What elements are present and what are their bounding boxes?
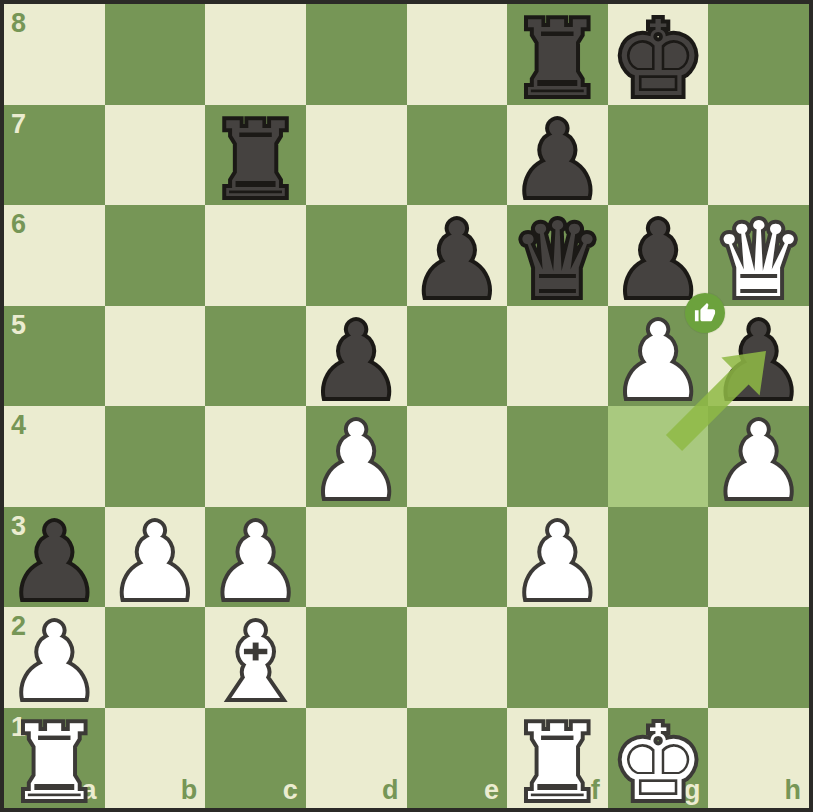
- square-c7[interactable]: [205, 105, 306, 206]
- square-e6[interactable]: [407, 205, 508, 306]
- square-f1[interactable]: f: [507, 708, 608, 809]
- square-a3[interactable]: 3: [4, 507, 105, 608]
- square-d1[interactable]: d: [306, 708, 407, 809]
- square-h7[interactable]: [708, 105, 809, 206]
- square-e2[interactable]: [407, 607, 508, 708]
- square-e4[interactable]: [407, 406, 508, 507]
- rank-label-5: 5: [11, 312, 26, 339]
- file-label-g: g: [684, 777, 701, 804]
- square-f6[interactable]: [507, 205, 608, 306]
- file-label-b: b: [181, 777, 198, 804]
- rank-label-2: 2: [11, 613, 26, 640]
- square-g2[interactable]: [608, 607, 709, 708]
- square-d3[interactable]: [306, 507, 407, 608]
- square-f5[interactable]: [507, 306, 608, 407]
- square-g7[interactable]: [608, 105, 709, 206]
- square-b6[interactable]: [105, 205, 206, 306]
- square-h2[interactable]: [708, 607, 809, 708]
- rank-label-3: 3: [11, 513, 26, 540]
- square-c8[interactable]: [205, 4, 306, 105]
- square-a1[interactable]: 1a: [4, 708, 105, 809]
- square-c4[interactable]: [205, 406, 306, 507]
- square-a4[interactable]: 4: [4, 406, 105, 507]
- square-b4[interactable]: [105, 406, 206, 507]
- square-g6[interactable]: [608, 205, 709, 306]
- rank-label-6: 6: [11, 211, 26, 238]
- square-a5[interactable]: 5: [4, 306, 105, 407]
- square-h6[interactable]: [708, 205, 809, 306]
- file-label-d: d: [382, 777, 399, 804]
- rank-label-8: 8: [11, 10, 26, 37]
- square-b3[interactable]: [105, 507, 206, 608]
- square-h4[interactable]: [708, 406, 809, 507]
- square-g8[interactable]: [608, 4, 709, 105]
- square-a7[interactable]: 7: [4, 105, 105, 206]
- file-label-c: c: [283, 777, 298, 804]
- square-b7[interactable]: [105, 105, 206, 206]
- square-d2[interactable]: [306, 607, 407, 708]
- square-a2[interactable]: 2: [4, 607, 105, 708]
- square-a6[interactable]: 6: [4, 205, 105, 306]
- square-d4[interactable]: [306, 406, 407, 507]
- file-label-f: f: [591, 777, 600, 804]
- square-c2[interactable]: [205, 607, 306, 708]
- square-c3[interactable]: [205, 507, 306, 608]
- file-label-h: h: [785, 777, 802, 804]
- square-e5[interactable]: [407, 306, 508, 407]
- square-e7[interactable]: [407, 105, 508, 206]
- rank-label-4: 4: [11, 412, 26, 439]
- square-b2[interactable]: [105, 607, 206, 708]
- square-e8[interactable]: [407, 4, 508, 105]
- square-d6[interactable]: [306, 205, 407, 306]
- square-a8[interactable]: 8: [4, 4, 105, 105]
- thumbs-up-icon: [694, 302, 716, 324]
- square-f2[interactable]: [507, 607, 608, 708]
- square-g4[interactable]: [608, 406, 709, 507]
- square-f3[interactable]: [507, 507, 608, 608]
- square-e1[interactable]: e: [407, 708, 508, 809]
- square-f4[interactable]: [507, 406, 608, 507]
- square-f7[interactable]: [507, 105, 608, 206]
- chess-board[interactable]: ♜♜♚♚♜♜♟♟♟♟♛♛♟♟♛♛♟♟♟♟♟♟♟♟♟♟♟♟♟♟♟♟♟♟♟♟♝♝♜♜…: [4, 4, 809, 808]
- square-b1[interactable]: b: [105, 708, 206, 809]
- square-f8[interactable]: [507, 4, 608, 105]
- square-h3[interactable]: [708, 507, 809, 608]
- square-g1[interactable]: g: [608, 708, 709, 809]
- square-b8[interactable]: [105, 4, 206, 105]
- file-label-e: e: [484, 777, 499, 804]
- square-h1[interactable]: h: [708, 708, 809, 809]
- square-b5[interactable]: [105, 306, 206, 407]
- chess-board-frame: ♜♜♚♚♜♜♟♟♟♟♛♛♟♟♛♛♟♟♟♟♟♟♟♟♟♟♟♟♟♟♟♟♟♟♟♟♝♝♜♜…: [0, 0, 813, 812]
- square-d8[interactable]: [306, 4, 407, 105]
- square-c1[interactable]: c: [205, 708, 306, 809]
- square-e3[interactable]: [407, 507, 508, 608]
- square-d7[interactable]: [306, 105, 407, 206]
- square-c6[interactable]: [205, 205, 306, 306]
- square-h8[interactable]: [708, 4, 809, 105]
- good-move-badge: [685, 293, 725, 333]
- rank-label-1: 1: [11, 714, 26, 741]
- square-g3[interactable]: [608, 507, 709, 608]
- file-label-a: a: [82, 777, 97, 804]
- rank-label-7: 7: [11, 111, 26, 138]
- square-c5[interactable]: [205, 306, 306, 407]
- square-d5[interactable]: [306, 306, 407, 407]
